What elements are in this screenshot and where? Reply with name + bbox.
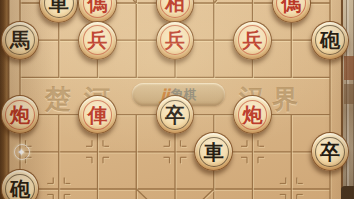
board-point-f7r7[interactable]	[233, 133, 272, 170]
board-point-f8r4[interactable]	[272, 22, 311, 59]
board-point-f1r7[interactable]	[1, 133, 40, 170]
board-point-f3r4[interactable]: 兵	[78, 22, 117, 59]
board-point-f6r3[interactable]	[194, 0, 233, 22]
board-point-f5r3[interactable]: 相	[156, 0, 195, 22]
board-point-f3r6[interactable]: 俥	[78, 96, 117, 133]
xiangqi-game-screen: 楚河 汉界 jj 象棋 車傌相傌馬兵兵兵砲炮俥卒炮車卒砲 ✦	[0, 0, 354, 199]
piece-glyph: 炮	[10, 105, 30, 125]
board-point-f6r8[interactable]	[194, 170, 233, 199]
piece-glyph: 兵	[165, 30, 185, 50]
board-point-f1r6[interactable]: 炮	[1, 96, 40, 133]
piece-glyph: 傌	[281, 0, 301, 13]
board-point-f2r7[interactable]	[39, 133, 78, 170]
red-horse[interactable]: 傌	[272, 0, 311, 23]
board-point-f8r5[interactable]	[272, 59, 311, 96]
piece-glyph: 俥	[88, 105, 108, 125]
board-point-f1r4[interactable]: 馬	[1, 22, 40, 59]
board-point-f9r3[interactable]	[311, 0, 350, 22]
board-point-f2r3[interactable]: 車	[39, 0, 78, 22]
board-point-f8r3[interactable]: 傌	[272, 0, 311, 22]
board-point-f9r4[interactable]: 砲	[311, 22, 350, 59]
board-point-f9r5[interactable]	[311, 59, 350, 96]
board-point-f4r5[interactable]	[117, 59, 156, 96]
board-point-f6r4[interactable]	[194, 22, 233, 59]
board-point-f5r7[interactable]	[156, 133, 195, 170]
piece-glyph: 馬	[10, 30, 30, 50]
board-point-f2r4[interactable]	[39, 22, 78, 59]
piece-glyph: 卒	[320, 142, 340, 162]
black-chariot[interactable]: 車	[39, 0, 78, 23]
board-point-f2r8[interactable]	[39, 170, 78, 199]
red-chariot[interactable]: 俥	[78, 95, 117, 134]
board-point-f5r5[interactable]	[156, 59, 195, 96]
board-point-f7r3[interactable]	[233, 0, 272, 22]
red-soldier[interactable]: 兵	[156, 21, 195, 60]
board-point-f3r5[interactable]	[78, 59, 117, 96]
board-point-f4r4[interactable]	[117, 22, 156, 59]
board-point-f7r6[interactable]: 炮	[233, 96, 272, 133]
board-point-f9r7[interactable]: 卒	[311, 133, 350, 170]
board-point-f4r6[interactable]	[117, 96, 156, 133]
board-point-f4r7[interactable]	[117, 133, 156, 170]
piece-glyph: 砲	[320, 30, 340, 50]
board-point-f3r3[interactable]: 傌	[78, 0, 117, 22]
piece-glyph: 炮	[243, 105, 263, 125]
red-cannon[interactable]: 炮	[233, 95, 272, 134]
black-chariot[interactable]: 車	[194, 132, 233, 171]
board-point-f2r6[interactable]	[39, 96, 78, 133]
piece-glyph: 卒	[165, 105, 185, 125]
red-cannon[interactable]: 炮	[1, 95, 40, 134]
black-cannon[interactable]: 砲	[1, 169, 40, 199]
board-point-f1r5[interactable]	[1, 59, 40, 96]
piece-glyph: 兵	[243, 30, 263, 50]
board-point-f9r6[interactable]	[311, 96, 350, 133]
board-point-f6r6[interactable]	[194, 96, 233, 133]
board-point-f7r5[interactable]	[233, 59, 272, 96]
red-soldier[interactable]: 兵	[233, 21, 272, 60]
piece-glyph: 傌	[88, 0, 108, 13]
board-point-f6r7[interactable]: 車	[194, 133, 233, 170]
board-point-f2r5[interactable]	[39, 59, 78, 96]
piece-glyph: 車	[49, 0, 69, 13]
board-point-f5r8[interactable]	[156, 170, 195, 199]
red-soldier[interactable]: 兵	[78, 21, 117, 60]
black-soldier[interactable]: 卒	[311, 132, 350, 171]
board-point-f1r8[interactable]: 砲	[1, 170, 40, 199]
board-point-f7r4[interactable]: 兵	[233, 22, 272, 59]
board-point-f3r7[interactable]	[78, 133, 117, 170]
black-horse[interactable]: 馬	[1, 21, 40, 60]
board-point-f4r3[interactable]	[117, 0, 156, 22]
board-point-f4r8[interactable]	[117, 170, 156, 199]
xiangqi-board[interactable]: 車傌相傌馬兵兵兵砲炮俥卒炮車卒砲	[1, 0, 350, 199]
black-soldier[interactable]: 卒	[156, 95, 195, 134]
black-cannon[interactable]: 砲	[311, 21, 350, 60]
red-horse[interactable]: 傌	[78, 0, 117, 23]
background-corner-bottom-right	[341, 186, 354, 199]
board-point-f5r6[interactable]: 卒	[156, 96, 195, 133]
piece-glyph: 車	[204, 142, 224, 162]
board-point-f1r3[interactable]	[1, 0, 40, 22]
red-elephant[interactable]: 相	[156, 0, 195, 23]
board-point-f3r8[interactable]	[78, 170, 117, 199]
board-point-f7r8[interactable]	[233, 170, 272, 199]
board-point-f5r4[interactable]: 兵	[156, 22, 195, 59]
piece-glyph: 相	[165, 0, 185, 13]
piece-glyph: 砲	[10, 179, 30, 199]
board-point-f8r6[interactable]	[272, 96, 311, 133]
board-point-f8r7[interactable]	[272, 133, 311, 170]
board-point-f8r8[interactable]	[272, 170, 311, 199]
piece-glyph: 兵	[88, 30, 108, 50]
board-point-f6r5[interactable]	[194, 59, 233, 96]
